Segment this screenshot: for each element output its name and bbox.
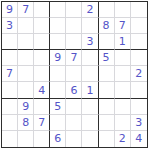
cell-r7c6[interactable]	[82, 99, 98, 115]
cell-r7c5[interactable]	[66, 99, 82, 115]
cell-r5c5[interactable]	[66, 66, 82, 82]
cell-r2c4[interactable]	[50, 18, 66, 34]
cell-r9c7[interactable]	[99, 131, 115, 147]
cell-r1c1[interactable]: 9	[2, 2, 18, 18]
cell-r1c2[interactable]: 7	[18, 2, 34, 18]
cell-r9c3[interactable]	[34, 131, 50, 147]
cell-r5c2[interactable]	[18, 66, 34, 82]
cell-r9c2[interactable]	[18, 131, 34, 147]
cell-r9c5[interactable]	[66, 131, 82, 147]
cell-r3c7[interactable]	[99, 34, 115, 50]
cell-r8c7[interactable]	[99, 115, 115, 131]
cell-r2c5[interactable]	[66, 18, 82, 34]
sudoku-board: 972387319757246195873624	[1, 1, 148, 148]
cell-r8c4[interactable]	[50, 115, 66, 131]
cell-r5c4[interactable]	[50, 66, 66, 82]
cell-r1c8[interactable]	[115, 2, 131, 18]
cell-r4c4[interactable]: 9	[50, 50, 66, 66]
cell-r1c3[interactable]	[34, 2, 50, 18]
cell-r2c2[interactable]	[18, 18, 34, 34]
cell-r1c6[interactable]: 2	[82, 2, 98, 18]
cell-r3c4[interactable]	[50, 34, 66, 50]
cell-r4c6[interactable]	[82, 50, 98, 66]
cell-r7c8[interactable]	[115, 99, 131, 115]
cell-r7c1[interactable]	[2, 99, 18, 115]
cell-r6c6[interactable]: 1	[82, 82, 98, 98]
cell-r6c8[interactable]	[115, 82, 131, 98]
cell-r2c8[interactable]: 7	[115, 18, 131, 34]
cell-r6c2[interactable]	[18, 82, 34, 98]
cell-r3c3[interactable]	[34, 34, 50, 50]
cell-r5c8[interactable]	[115, 66, 131, 82]
cell-r3c5[interactable]	[66, 34, 82, 50]
cell-r4c1[interactable]	[2, 50, 18, 66]
cell-r2c1[interactable]: 3	[2, 18, 18, 34]
cell-r8c8[interactable]	[115, 115, 131, 131]
cell-r2c3[interactable]	[34, 18, 50, 34]
cell-r8c9[interactable]: 3	[131, 115, 147, 131]
cell-r4c2[interactable]	[18, 50, 34, 66]
cell-r7c4[interactable]: 5	[50, 99, 66, 115]
cell-r5c1[interactable]: 7	[2, 66, 18, 82]
cell-r4c8[interactable]	[115, 50, 131, 66]
cell-r8c1[interactable]	[2, 115, 18, 131]
cell-r1c4[interactable]	[50, 2, 66, 18]
cell-r9c8[interactable]: 2	[115, 131, 131, 147]
cell-r4c7[interactable]: 5	[99, 50, 115, 66]
cell-r4c5[interactable]: 7	[66, 50, 82, 66]
cell-r7c9[interactable]	[131, 99, 147, 115]
cell-r9c4[interactable]: 6	[50, 131, 66, 147]
cell-r8c2[interactable]: 8	[18, 115, 34, 131]
cell-r7c3[interactable]	[34, 99, 50, 115]
cell-r4c3[interactable]	[34, 50, 50, 66]
cell-r3c1[interactable]	[2, 34, 18, 50]
cell-r1c5[interactable]	[66, 2, 82, 18]
cell-r2c6[interactable]	[82, 18, 98, 34]
cell-r9c9[interactable]: 4	[131, 131, 147, 147]
cell-r8c5[interactable]	[66, 115, 82, 131]
cell-r6c9[interactable]	[131, 82, 147, 98]
cell-r5c9[interactable]: 2	[131, 66, 147, 82]
cell-r2c7[interactable]: 8	[99, 18, 115, 34]
cell-r2c9[interactable]	[131, 18, 147, 34]
cell-r6c1[interactable]	[2, 82, 18, 98]
cell-r7c2[interactable]: 9	[18, 99, 34, 115]
cell-r6c3[interactable]: 4	[34, 82, 50, 98]
cell-r1c9[interactable]	[131, 2, 147, 18]
cell-r9c6[interactable]	[82, 131, 98, 147]
cell-r8c6[interactable]	[82, 115, 98, 131]
cell-r6c7[interactable]	[99, 82, 115, 98]
cell-r9c1[interactable]	[2, 131, 18, 147]
cell-r3c6[interactable]: 3	[82, 34, 98, 50]
cell-r1c7[interactable]	[99, 2, 115, 18]
cell-r7c7[interactable]	[99, 99, 115, 115]
cell-r4c9[interactable]	[131, 50, 147, 66]
cell-r5c6[interactable]	[82, 66, 98, 82]
cell-r6c4[interactable]	[50, 82, 66, 98]
cell-r5c3[interactable]	[34, 66, 50, 82]
cell-r5c7[interactable]	[99, 66, 115, 82]
cell-r3c2[interactable]	[18, 34, 34, 50]
cell-r6c5[interactable]: 6	[66, 82, 82, 98]
cell-r8c3[interactable]: 7	[34, 115, 50, 131]
cell-r3c8[interactable]: 1	[115, 34, 131, 50]
cell-r3c9[interactable]	[131, 34, 147, 50]
